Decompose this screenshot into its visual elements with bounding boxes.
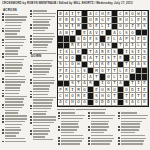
clue-line — [58, 140, 85, 142]
clue-line — [58, 118, 85, 120]
clue-number — [88, 129, 90, 131]
clue-number — [2, 70, 4, 72]
clue-line — [88, 118, 115, 120]
across-header: ACROSS — [3, 9, 27, 12]
clue-number — [88, 118, 90, 120]
clue-column-4 — [88, 112, 115, 149]
clue-line — [2, 70, 27, 72]
clue-line — [2, 107, 27, 109]
clue-number — [2, 67, 4, 69]
clue-number — [30, 79, 32, 81]
newspaper-crossword-page: CROSSWORD by ROBYN WEINTRAUB / Edited by… — [0, 0, 150, 150]
clue-line — [118, 112, 148, 114]
clue-line — [30, 16, 56, 18]
clue-line — [2, 42, 27, 44]
clue-line — [2, 124, 27, 126]
clue-line — [2, 87, 27, 89]
clue-line — [2, 64, 27, 66]
clue-line — [30, 96, 56, 98]
clue-line — [30, 94, 56, 96]
clue-number — [2, 107, 4, 109]
clue-line — [2, 101, 27, 103]
clue-line — [30, 47, 56, 49]
clue-line — [2, 138, 27, 140]
clue-column-3 — [58, 112, 85, 149]
clue-number — [2, 129, 4, 131]
clue-line — [2, 132, 27, 134]
clue-line — [30, 111, 56, 113]
clue-number — [2, 95, 4, 97]
clue-line — [2, 115, 27, 117]
clue-number — [58, 143, 60, 145]
clue-line — [2, 129, 27, 131]
clue-line — [58, 137, 85, 139]
copyright-text-bar — [57, 109, 75, 110]
clue-line — [30, 10, 56, 12]
clue-line — [2, 104, 27, 106]
clue-line — [118, 135, 148, 137]
clue-line — [118, 115, 148, 117]
clue-line — [2, 118, 27, 120]
clue-line — [2, 127, 27, 129]
clue-line — [88, 115, 115, 117]
clue-line — [118, 137, 148, 139]
clue-line — [30, 125, 56, 127]
clue-line — [58, 112, 85, 114]
clue-number — [30, 38, 32, 40]
clue-line — [30, 130, 56, 132]
clue-number — [2, 53, 4, 55]
clue-line — [118, 118, 148, 120]
clue-line — [30, 91, 56, 93]
clue-line — [30, 108, 56, 110]
clue-number — [118, 129, 120, 131]
clue-line — [2, 28, 27, 30]
clue-number — [30, 16, 32, 18]
clue-line — [30, 27, 56, 29]
clue-number — [2, 104, 4, 106]
clue-line — [118, 129, 148, 131]
clue-number — [2, 19, 4, 21]
clue-line — [30, 79, 56, 81]
clue-number — [118, 118, 120, 120]
clue-number — [2, 90, 4, 92]
clue-number — [118, 126, 120, 128]
clue-number — [2, 13, 4, 15]
clue-line — [30, 60, 56, 62]
clue-number — [2, 115, 4, 117]
clue-number — [2, 93, 4, 95]
clue-number — [30, 13, 32, 15]
clue-number — [2, 39, 4, 41]
clue-number — [88, 140, 90, 142]
clue-line — [2, 141, 27, 143]
down-header: DOWN — [31, 55, 56, 58]
clue-line — [58, 129, 85, 131]
clue-number — [30, 116, 32, 118]
clue-line — [2, 47, 27, 49]
clue-line — [2, 121, 27, 123]
clue-line — [30, 65, 56, 67]
clue-line — [2, 81, 27, 83]
clue-line — [118, 143, 148, 145]
clue-number — [2, 45, 4, 47]
clue-column-5 — [118, 112, 148, 149]
clue-line — [88, 137, 115, 139]
clue-line — [30, 13, 56, 15]
clue-line — [2, 16, 27, 18]
clue-line — [2, 73, 27, 75]
clue-number — [58, 112, 60, 114]
clue-line — [118, 140, 148, 142]
clue-number — [30, 91, 32, 93]
clue-line — [58, 143, 85, 145]
clue-line — [2, 110, 27, 112]
clue-number — [2, 132, 4, 134]
clue-number — [30, 27, 32, 29]
clue-line — [30, 18, 56, 20]
clue-number — [58, 118, 60, 120]
clue-number — [2, 118, 4, 120]
clue-line — [2, 78, 27, 80]
clue-line — [30, 50, 56, 52]
clue-line — [30, 119, 56, 121]
crossword-grid: BAITACHECROWSEBBSURGERULERSWIMDELIOOZESA… — [57, 10, 149, 107]
clue-line — [2, 76, 27, 78]
clue-number — [118, 140, 120, 142]
clue-number — [2, 42, 4, 44]
clue-number — [88, 112, 90, 114]
clue-line — [30, 71, 56, 73]
clue-line — [30, 41, 56, 43]
clue-line — [30, 136, 56, 138]
clue-number — [30, 122, 32, 124]
clue-line — [2, 30, 27, 32]
clue-line — [30, 77, 56, 79]
clue-number — [58, 129, 60, 131]
clue-line — [88, 112, 115, 114]
clue-line — [30, 139, 56, 141]
clue-number — [58, 126, 60, 128]
clue-line — [30, 85, 56, 87]
clue-column-2: DOWN — [30, 10, 56, 149]
clue-number — [30, 65, 32, 67]
clue-line — [88, 123, 115, 125]
clue-line — [2, 13, 27, 15]
clue-line — [30, 133, 56, 135]
clue-number — [88, 143, 90, 145]
clue-line — [88, 135, 115, 137]
clue-number — [30, 94, 32, 96]
clue-line — [2, 84, 27, 86]
clue-line — [30, 74, 56, 76]
clue-line — [58, 126, 85, 128]
clue-line — [58, 120, 85, 122]
clue-line — [30, 62, 56, 64]
clue-line — [30, 30, 56, 32]
clue-number — [88, 115, 90, 117]
clue-line — [88, 126, 115, 128]
clue-line — [30, 102, 56, 104]
clue-line — [2, 67, 27, 69]
clue-line — [30, 128, 56, 130]
clue-line — [30, 99, 56, 101]
clue-line — [30, 44, 56, 46]
clue-line — [2, 22, 27, 24]
clue-line — [30, 68, 56, 70]
clue-line — [30, 116, 56, 118]
clue-line — [2, 93, 27, 95]
clue-line — [2, 135, 27, 137]
clue-line — [88, 140, 115, 142]
clue-number — [58, 115, 60, 117]
clue-number — [58, 137, 60, 139]
clue-line — [2, 33, 27, 35]
clue-line — [2, 50, 27, 52]
clue-number — [30, 24, 32, 26]
clue-line — [30, 113, 56, 115]
clue-line — [30, 33, 56, 35]
clue-number — [30, 10, 32, 12]
clue-number — [30, 82, 32, 84]
clue-line — [30, 88, 56, 90]
grid-cell[interactable]: K — [142, 100, 148, 106]
copyright-text-bar — [76, 109, 106, 110]
clue-line — [2, 19, 27, 21]
clue-number — [30, 41, 32, 43]
clue-line — [88, 132, 115, 134]
clue-line — [2, 90, 27, 92]
clue-line — [58, 132, 85, 134]
clue-number — [30, 50, 32, 52]
clue-line — [2, 112, 27, 114]
clue-line — [30, 82, 56, 84]
clue-number — [30, 119, 32, 121]
clue-line — [2, 36, 27, 38]
clue-line — [58, 115, 85, 117]
clue-number — [2, 28, 4, 30]
clue-line — [2, 25, 27, 27]
clue-line — [118, 132, 148, 134]
clue-line — [30, 38, 56, 40]
clue-line — [30, 122, 56, 124]
clue-line — [30, 105, 56, 107]
clue-number — [2, 64, 4, 66]
clue-line — [58, 123, 85, 125]
clue-number — [30, 68, 32, 70]
clue-number — [118, 112, 120, 114]
clue-line — [58, 135, 85, 137]
clue-number — [118, 143, 120, 145]
clue-number — [2, 30, 4, 32]
clue-number — [30, 133, 32, 135]
clue-line — [30, 21, 56, 23]
clue-line — [88, 143, 115, 145]
clue-number — [118, 115, 120, 117]
clue-line — [2, 95, 27, 97]
clue-line — [88, 129, 115, 131]
clue-number — [30, 105, 32, 107]
clue-number — [58, 140, 60, 142]
clue-line — [118, 126, 148, 128]
clue-number — [118, 137, 120, 139]
copyright-line — [57, 109, 117, 111]
clue-line — [2, 61, 27, 63]
clue-line — [2, 53, 27, 55]
clue-number — [30, 108, 32, 110]
clue-number — [30, 96, 32, 98]
clue-line — [88, 120, 115, 122]
clue-line — [30, 35, 56, 37]
clue-line — [2, 59, 27, 61]
clue-number — [2, 16, 4, 18]
clue-number — [88, 126, 90, 128]
clue-line — [30, 24, 56, 26]
clue-number — [2, 81, 4, 83]
clue-line — [2, 98, 27, 100]
clue-line — [118, 123, 148, 125]
clue-column-1: ACROSS — [2, 9, 27, 149]
clue-number — [2, 141, 4, 143]
clue-line — [118, 120, 148, 122]
clue-number — [2, 121, 4, 123]
masthead-line: CROSSWORD by ROBYN WEINTRAUB / Edited by… — [2, 1, 148, 5]
clue-number — [2, 78, 4, 80]
clue-number — [30, 35, 32, 37]
clue-line — [2, 45, 27, 47]
clue-line — [2, 39, 27, 41]
clue-line — [2, 56, 27, 58]
clue-number — [30, 71, 32, 73]
clue-number — [30, 130, 32, 132]
clue-number — [2, 56, 4, 58]
clue-number — [88, 137, 90, 139]
